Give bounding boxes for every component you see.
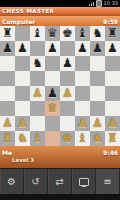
black-pawn-a7: ♟	[2, 41, 13, 55]
white-queen-d3: ♛	[47, 101, 58, 115]
black-pawn-e6: ♟	[62, 56, 73, 70]
square-f4[interactable]	[75, 86, 90, 101]
bottom-toolbar: ⚙↺⇄≡	[0, 168, 120, 194]
opponent-name: Computer	[2, 18, 35, 25]
square-a1[interactable]: ♜	[0, 131, 15, 146]
square-b1[interactable]: ♞	[15, 131, 30, 146]
square-e4[interactable]: ♟	[60, 86, 75, 101]
white-rook-a1: ♜	[2, 131, 13, 145]
flip-board-button[interactable]: ⇄	[48, 169, 72, 194]
undo-icon: ↺	[31, 176, 39, 187]
signal-icon	[89, 2, 94, 6]
square-c2[interactable]	[30, 116, 45, 131]
square-g4[interactable]	[90, 86, 105, 101]
black-knight-g8: ♞	[92, 26, 103, 40]
square-e2[interactable]	[60, 116, 75, 131]
square-c7[interactable]	[30, 41, 45, 56]
square-c1[interactable]: ♝	[30, 131, 45, 146]
square-d2[interactable]	[45, 116, 60, 131]
black-pawn-b7: ♟	[17, 41, 28, 55]
battery-icon	[96, 0, 102, 7]
undo-button[interactable]: ↺	[24, 169, 48, 194]
app-title-bar: CHESS MASTER	[0, 7, 120, 16]
square-b8[interactable]	[15, 26, 30, 41]
white-pawn-c4: ♟	[32, 86, 43, 100]
square-f5[interactable]	[75, 71, 90, 86]
chess-board[interactable]: ♜♝♛♚♝♞♜♟♟♟♟♟♟♞♟♟♟♟♛♟♟♟♟♟♜♞♝♚♝♞♜	[0, 26, 120, 146]
square-a6[interactable]	[0, 56, 15, 71]
black-queen-d8: ♛	[47, 26, 58, 40]
square-b3[interactable]	[15, 101, 30, 116]
square-f6[interactable]	[75, 56, 90, 71]
square-d5[interactable]	[45, 71, 60, 86]
black-king-e8: ♚	[62, 26, 73, 40]
square-a8[interactable]: ♜	[0, 26, 15, 41]
square-h7[interactable]: ♟	[105, 41, 120, 56]
opponent-clock: 9:59	[103, 18, 118, 25]
square-b4[interactable]	[15, 86, 30, 101]
black-pawn-d4: ♟	[47, 86, 58, 100]
computer-button[interactable]	[72, 169, 96, 194]
white-bishop-c1: ♝	[32, 131, 43, 145]
square-a7[interactable]: ♟	[0, 41, 15, 56]
square-f3[interactable]	[75, 101, 90, 116]
square-d1[interactable]	[45, 131, 60, 146]
square-a5[interactable]	[0, 71, 15, 86]
square-h4[interactable]	[105, 86, 120, 101]
square-c4[interactable]: ♟	[30, 86, 45, 101]
chess-app-screen: 10:33 CHESS MASTER Computer 9:59 ♜♝♛♚♝♞♜…	[0, 0, 120, 200]
square-h8[interactable]: ♜	[105, 26, 120, 41]
flip-board-icon: ⇄	[55, 176, 63, 187]
settings-gear-icon: ⚙	[7, 176, 16, 187]
opponent-bar: Computer 9:59	[0, 16, 120, 26]
square-f2[interactable]: ♟	[75, 116, 90, 131]
player-section: Me 9:46 Level 3	[0, 146, 120, 168]
square-b7[interactable]: ♟	[15, 41, 30, 56]
square-g8[interactable]: ♞	[90, 26, 105, 41]
settings-gear-button[interactable]: ⚙	[0, 169, 24, 194]
black-rook-h8: ♜	[107, 26, 118, 40]
square-f1[interactable]: ♝	[75, 131, 90, 146]
square-c6[interactable]: ♞	[30, 56, 45, 71]
black-bishop-c8: ♝	[32, 26, 43, 40]
white-bishop-f1: ♝	[77, 131, 88, 145]
square-g2[interactable]: ♟	[90, 116, 105, 131]
white-king-e1: ♚	[62, 131, 73, 145]
player-bar: Me 9:46	[0, 147, 120, 157]
square-f7[interactable]: ♟	[75, 41, 90, 56]
menu-button[interactable]: ≡	[96, 169, 120, 194]
square-b2[interactable]: ♟	[15, 116, 30, 131]
square-e1[interactable]: ♚	[60, 131, 75, 146]
white-rook-h1: ♜	[107, 131, 118, 145]
white-pawn-h2: ♟	[107, 116, 118, 130]
square-e8[interactable]: ♚	[60, 26, 75, 41]
black-rook-a8: ♜	[2, 26, 13, 40]
white-pawn-e4: ♟	[62, 86, 73, 100]
black-pawn-g7: ♟	[92, 41, 103, 55]
black-pawn-d7: ♟	[47, 41, 58, 55]
navigation-strip	[0, 194, 120, 200]
white-knight-b1: ♞	[17, 131, 28, 145]
white-pawn-a2: ♟	[2, 116, 13, 130]
square-e7[interactable]	[60, 41, 75, 56]
status-bar: 10:33	[0, 0, 120, 7]
square-g1[interactable]: ♞	[90, 131, 105, 146]
square-c8[interactable]: ♝	[30, 26, 45, 41]
square-a2[interactable]: ♟	[0, 116, 15, 131]
app-title: CHESS MASTER	[2, 8, 54, 14]
black-knight-c6: ♞	[32, 56, 43, 70]
square-e5[interactable]	[60, 71, 75, 86]
square-h2[interactable]: ♟	[105, 116, 120, 131]
square-a4[interactable]	[0, 86, 15, 101]
square-d8[interactable]: ♛	[45, 26, 60, 41]
black-pawn-h7: ♟	[107, 41, 118, 55]
player-name: Me	[2, 149, 12, 156]
white-knight-g1: ♞	[92, 131, 103, 145]
computer-icon	[79, 178, 89, 186]
white-pawn-f2: ♟	[77, 116, 88, 130]
difficulty-level-label[interactable]: Level 3	[0, 157, 120, 163]
square-e3[interactable]	[60, 101, 75, 116]
square-c3[interactable]	[30, 101, 45, 116]
square-h1[interactable]: ♜	[105, 131, 120, 146]
white-pawn-g2: ♟	[92, 116, 103, 130]
square-d6[interactable]	[45, 56, 60, 71]
square-f8[interactable]: ♝	[75, 26, 90, 41]
square-g5[interactable]	[90, 71, 105, 86]
white-pawn-b2: ♟	[17, 116, 28, 130]
square-a3[interactable]	[0, 101, 15, 116]
square-b5[interactable]	[15, 71, 30, 86]
square-d7[interactable]: ♟	[45, 41, 60, 56]
square-e6[interactable]: ♟	[60, 56, 75, 71]
square-g7[interactable]: ♟	[90, 41, 105, 56]
menu-icon: ≡	[103, 176, 111, 187]
black-bishop-f8: ♝	[77, 26, 88, 40]
square-h3[interactable]	[105, 101, 120, 116]
square-d3[interactable]: ♛	[45, 101, 60, 116]
square-g3[interactable]	[90, 101, 105, 116]
black-pawn-f7: ♟	[77, 41, 88, 55]
square-g6[interactable]	[90, 56, 105, 71]
square-h5[interactable]	[105, 71, 120, 86]
status-time: 10:33	[104, 0, 118, 7]
square-b6[interactable]	[15, 56, 30, 71]
player-clock: 9:46	[103, 149, 118, 156]
square-c5[interactable]	[30, 71, 45, 86]
square-d4[interactable]: ♟	[45, 86, 60, 101]
square-h6[interactable]	[105, 56, 120, 71]
